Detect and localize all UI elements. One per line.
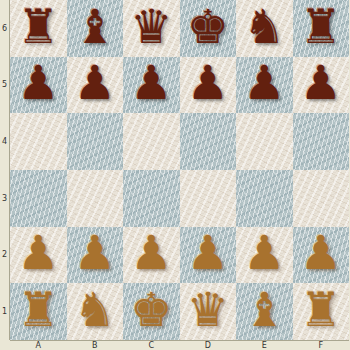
black-pawn[interactable]: ♟ bbox=[17, 59, 59, 106]
white-queen[interactable]: ♛ bbox=[187, 286, 229, 333]
white-pawn[interactable]: ♟ bbox=[17, 229, 59, 276]
rank-label-5: 5 bbox=[0, 57, 9, 114]
square-b2[interactable]: ♟ bbox=[67, 227, 124, 284]
square-a5[interactable]: ♟ bbox=[10, 57, 67, 114]
square-b6[interactable]: ♝ bbox=[67, 0, 124, 57]
square-d3[interactable] bbox=[180, 170, 237, 227]
white-pawn[interactable]: ♟ bbox=[187, 229, 229, 276]
black-king[interactable]: ♚ bbox=[187, 3, 229, 50]
black-pawn[interactable]: ♟ bbox=[74, 59, 116, 106]
black-rook[interactable]: ♜ bbox=[300, 3, 342, 50]
file-label-gutter: ABCDEF bbox=[10, 340, 349, 350]
black-pawn[interactable]: ♟ bbox=[243, 59, 285, 106]
square-a3[interactable] bbox=[10, 170, 67, 227]
white-pawn[interactable]: ♟ bbox=[300, 229, 342, 276]
square-f4[interactable] bbox=[293, 113, 350, 170]
black-queen[interactable]: ♛ bbox=[130, 3, 172, 50]
square-e4[interactable] bbox=[236, 113, 293, 170]
square-b4[interactable] bbox=[67, 113, 124, 170]
rank-label-4: 4 bbox=[0, 113, 9, 170]
chess-app-window: 654321 ♜♝♛♚♞♜♟♟♟♟♟♟♟♟♟♟♟♟♜♞♚♛♝♜ ABCDEF bbox=[0, 0, 350, 350]
square-c3[interactable] bbox=[123, 170, 180, 227]
white-knight[interactable]: ♞ bbox=[74, 286, 116, 333]
black-pawn[interactable]: ♟ bbox=[130, 59, 172, 106]
square-f6[interactable]: ♜ bbox=[293, 0, 350, 57]
white-pawn[interactable]: ♟ bbox=[130, 229, 172, 276]
white-rook[interactable]: ♜ bbox=[17, 286, 59, 333]
square-d5[interactable]: ♟ bbox=[180, 57, 237, 114]
square-c5[interactable]: ♟ bbox=[123, 57, 180, 114]
black-pawn[interactable]: ♟ bbox=[300, 59, 342, 106]
square-a4[interactable] bbox=[10, 113, 67, 170]
square-c6[interactable]: ♛ bbox=[123, 0, 180, 57]
chess-board[interactable]: ♜♝♛♚♞♜♟♟♟♟♟♟♟♟♟♟♟♟♜♞♚♛♝♜ bbox=[10, 0, 349, 340]
file-label-c: C bbox=[123, 341, 180, 350]
black-bishop[interactable]: ♝ bbox=[74, 3, 116, 50]
square-e1[interactable]: ♝ bbox=[236, 283, 293, 340]
file-label-d: D bbox=[180, 341, 237, 350]
black-pawn[interactable]: ♟ bbox=[187, 59, 229, 106]
file-label-b: B bbox=[67, 341, 124, 350]
square-f5[interactable]: ♟ bbox=[293, 57, 350, 114]
square-e6[interactable]: ♞ bbox=[236, 0, 293, 57]
square-d1[interactable]: ♛ bbox=[180, 283, 237, 340]
square-a2[interactable]: ♟ bbox=[10, 227, 67, 284]
rank-label-2: 2 bbox=[0, 227, 9, 284]
rank-label-1: 1 bbox=[0, 283, 9, 340]
square-e5[interactable]: ♟ bbox=[236, 57, 293, 114]
square-b1[interactable]: ♞ bbox=[67, 283, 124, 340]
square-c4[interactable] bbox=[123, 113, 180, 170]
square-e2[interactable]: ♟ bbox=[236, 227, 293, 284]
white-king[interactable]: ♚ bbox=[130, 286, 172, 333]
square-c1[interactable]: ♚ bbox=[123, 283, 180, 340]
square-e3[interactable] bbox=[236, 170, 293, 227]
square-d6[interactable]: ♚ bbox=[180, 0, 237, 57]
file-label-f: F bbox=[293, 341, 350, 350]
square-b5[interactable]: ♟ bbox=[67, 57, 124, 114]
white-bishop[interactable]: ♝ bbox=[243, 286, 285, 333]
white-pawn[interactable]: ♟ bbox=[243, 229, 285, 276]
square-a6[interactable]: ♜ bbox=[10, 0, 67, 57]
white-rook[interactable]: ♜ bbox=[300, 286, 342, 333]
rank-label-3: 3 bbox=[0, 170, 9, 227]
square-d4[interactable] bbox=[180, 113, 237, 170]
rank-label-gutter: 654321 bbox=[0, 0, 10, 340]
square-b3[interactable] bbox=[67, 170, 124, 227]
black-knight[interactable]: ♞ bbox=[243, 3, 285, 50]
rank-label-6: 6 bbox=[0, 0, 9, 57]
square-d2[interactable]: ♟ bbox=[180, 227, 237, 284]
file-label-a: A bbox=[10, 341, 67, 350]
square-f3[interactable] bbox=[293, 170, 350, 227]
white-pawn[interactable]: ♟ bbox=[74, 229, 116, 276]
square-c2[interactable]: ♟ bbox=[123, 227, 180, 284]
square-f2[interactable]: ♟ bbox=[293, 227, 350, 284]
square-f1[interactable]: ♜ bbox=[293, 283, 350, 340]
file-label-e: E bbox=[236, 341, 293, 350]
black-rook[interactable]: ♜ bbox=[17, 3, 59, 50]
square-a1[interactable]: ♜ bbox=[10, 283, 67, 340]
